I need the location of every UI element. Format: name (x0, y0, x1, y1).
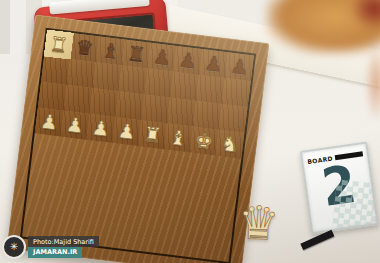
square-f2: ♟ (86, 114, 115, 143)
white-pawn: ♟ (91, 117, 111, 139)
square-c7: ♟ (173, 46, 202, 75)
square-h4 (115, 91, 144, 120)
square-a1: ♜ (138, 120, 167, 149)
watermark-photographer: Photo:Majid Sharifi (28, 236, 99, 247)
board-grid: ♜♞♝♛♚♝♞♜♟♟♟♟♟♟♟♟♟♟♟♟♟♟♟♟♜♞♝♛♚♝♞♜ (20, 28, 256, 263)
white-bishop: ♝ (168, 127, 188, 149)
square-h8: ♜ (122, 40, 151, 69)
square-b2: ♟ (35, 108, 64, 137)
square-b4 (38, 82, 67, 111)
white-king: ♚ (194, 130, 214, 152)
board-number-sign: BOARD 2 (295, 137, 380, 248)
square-b6 (41, 56, 70, 85)
square-d6 (67, 59, 96, 88)
square-a7: ♟ (148, 43, 177, 72)
black-pawn: ♟ (178, 49, 198, 71)
white-pawn: ♟ (117, 120, 137, 142)
square-g3 (219, 104, 248, 133)
square-g5 (222, 78, 251, 107)
photographer-watermark: ✳ Photo:Majid Sharifi JAMARAN.IR (2, 235, 99, 259)
square-e5 (196, 75, 225, 104)
black-knight: ♞ (49, 34, 69, 56)
sign-checker-watermark (332, 179, 379, 234)
square-e1: ♚ (190, 127, 219, 156)
square-d2: ♟ (61, 111, 90, 140)
square-g1: ♞ (215, 130, 244, 159)
square-c5 (170, 72, 199, 101)
square-f4 (90, 88, 119, 117)
chess-board: ♜♞♝♛♚♝♞♜♟♟♟♟♟♟♟♟♟♟♟♟♟♟♟♟♜♞♝♛♚♝♞♜ (6, 14, 269, 263)
square-f6 (93, 62, 122, 91)
person-arm-blur (366, 46, 380, 120)
white-pawn: ♟ (65, 114, 85, 136)
board-frame: ♜♞♝♛♚♝♞♜♟♟♟♟♟♟♟♟♟♟♟♟♟♟♟♟♜♞♝♛♚♝♞♜ (6, 14, 269, 263)
square-h6 (119, 65, 148, 94)
jamaran-logo: ✳ (2, 235, 26, 259)
tournament-photo: ♜♞♝♛♚♝♞♜♟♟♟♟♟♟♟♟♟♟♟♟♟♟♟♟♜♞♝♛♚♝♞♜ ♛ BOARD… (0, 0, 380, 263)
sign-card: BOARD 2 (300, 142, 379, 235)
square-d4 (64, 85, 93, 114)
square-e3 (193, 101, 222, 130)
black-pawn: ♟ (203, 53, 223, 75)
square-c1: ♝ (164, 123, 193, 152)
clock-rocker (49, 0, 150, 14)
white-pawn: ♟ (39, 111, 59, 133)
square-a5 (144, 69, 173, 98)
square-h2: ♟ (112, 117, 141, 146)
square-e7: ♟ (199, 49, 228, 78)
square-a3 (141, 94, 170, 123)
black-pawn: ♟ (152, 46, 172, 68)
black-rook: ♜ (126, 43, 146, 65)
square-c3 (167, 98, 196, 127)
square-d8: ♛ (70, 33, 99, 62)
watermark-site: JAMARAN.IR (28, 247, 82, 258)
chair-dark-blur (350, 0, 380, 30)
white-spare-queen: ♛ (237, 199, 280, 246)
black-pawn: ♟ (229, 56, 249, 78)
black-queen: ♛ (74, 37, 94, 59)
white-rook: ♜ (142, 124, 162, 146)
white-knight: ♞ (220, 133, 240, 155)
square-f8: ♝ (96, 36, 125, 65)
square-g7: ♟ (225, 52, 254, 81)
square-b8: ♞ (44, 30, 73, 59)
black-bishop: ♝ (100, 40, 120, 62)
watermark-text: Photo:Majid Sharifi JAMARAN.IR (28, 236, 99, 258)
